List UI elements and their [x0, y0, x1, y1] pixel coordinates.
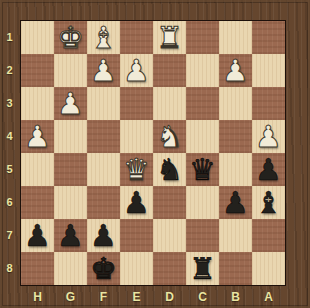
square-f5[interactable]: [87, 153, 120, 186]
rank-label-3: 3: [0, 87, 19, 120]
square-c3[interactable]: [186, 87, 219, 120]
piece-black-pawn[interactable]: ♟: [222, 186, 249, 219]
square-e1[interactable]: [120, 21, 153, 54]
square-c7[interactable]: [186, 219, 219, 252]
square-e8[interactable]: [120, 252, 153, 285]
square-h1[interactable]: [21, 21, 54, 54]
piece-white-rook[interactable]: ♜: [156, 21, 183, 54]
square-c4[interactable]: [186, 120, 219, 153]
square-e2[interactable]: ♟: [120, 54, 153, 87]
square-c6[interactable]: [186, 186, 219, 219]
square-g6[interactable]: [54, 186, 87, 219]
square-b7[interactable]: [219, 219, 252, 252]
square-h2[interactable]: [21, 54, 54, 87]
square-c2[interactable]: [186, 54, 219, 87]
piece-black-queen[interactable]: ♛: [189, 153, 216, 186]
file-label-c: C: [186, 287, 219, 307]
square-a4[interactable]: ♟: [252, 120, 285, 153]
square-a8[interactable]: [252, 252, 285, 285]
piece-white-pawn[interactable]: ♟: [123, 54, 150, 87]
square-a1[interactable]: [252, 21, 285, 54]
square-d2[interactable]: [153, 54, 186, 87]
square-d3[interactable]: [153, 87, 186, 120]
square-h5[interactable]: [21, 153, 54, 186]
square-a7[interactable]: [252, 219, 285, 252]
square-e4[interactable]: [120, 120, 153, 153]
rank-label-4: 4: [0, 120, 19, 153]
square-a2[interactable]: [252, 54, 285, 87]
file-label-g: G: [54, 287, 87, 307]
piece-black-bishop[interactable]: ♝: [255, 186, 282, 219]
square-h4[interactable]: ♟: [21, 120, 54, 153]
piece-white-pawn[interactable]: ♟: [24, 120, 51, 153]
square-a3[interactable]: [252, 87, 285, 120]
square-g1[interactable]: ♚: [54, 21, 87, 54]
square-e6[interactable]: ♟: [120, 186, 153, 219]
piece-white-pawn[interactable]: ♟: [90, 54, 117, 87]
piece-black-knight[interactable]: ♞: [156, 153, 183, 186]
piece-white-bishop[interactable]: ♝: [90, 21, 117, 54]
square-d1[interactable]: ♜: [153, 21, 186, 54]
square-c5[interactable]: ♛: [186, 153, 219, 186]
rank-label-2: 2: [0, 54, 19, 87]
square-g8[interactable]: [54, 252, 87, 285]
piece-white-knight[interactable]: ♞: [156, 120, 183, 153]
rank-label-7: 7: [0, 219, 19, 252]
square-b2[interactable]: ♟: [219, 54, 252, 87]
square-d6[interactable]: [153, 186, 186, 219]
piece-black-pawn[interactable]: ♟: [57, 219, 84, 252]
square-f8[interactable]: ♚: [87, 252, 120, 285]
square-f2[interactable]: ♟: [87, 54, 120, 87]
square-a5[interactable]: ♟: [252, 153, 285, 186]
square-f6[interactable]: [87, 186, 120, 219]
piece-white-pawn[interactable]: ♟: [222, 54, 249, 87]
square-f1[interactable]: ♝: [87, 21, 120, 54]
piece-black-king[interactable]: ♚: [90, 252, 117, 285]
piece-white-queen[interactable]: ♛: [123, 153, 150, 186]
square-h3[interactable]: [21, 87, 54, 120]
file-label-d: D: [153, 287, 186, 307]
square-a6[interactable]: ♝: [252, 186, 285, 219]
piece-black-pawn[interactable]: ♟: [90, 219, 117, 252]
square-g2[interactable]: [54, 54, 87, 87]
square-f3[interactable]: [87, 87, 120, 120]
file-label-b: B: [219, 287, 252, 307]
square-g3[interactable]: ♟: [54, 87, 87, 120]
piece-white-king[interactable]: ♚: [57, 21, 84, 54]
square-d7[interactable]: [153, 219, 186, 252]
square-c8[interactable]: ♜: [186, 252, 219, 285]
square-b5[interactable]: [219, 153, 252, 186]
square-b4[interactable]: [219, 120, 252, 153]
piece-white-pawn[interactable]: ♟: [255, 120, 282, 153]
square-b8[interactable]: [219, 252, 252, 285]
square-e5[interactable]: ♛: [120, 153, 153, 186]
square-b6[interactable]: ♟: [219, 186, 252, 219]
piece-black-pawn[interactable]: ♟: [123, 186, 150, 219]
rank-label-1: 1: [0, 21, 19, 54]
file-label-h: H: [21, 287, 54, 307]
square-g5[interactable]: [54, 153, 87, 186]
piece-black-pawn[interactable]: ♟: [255, 153, 282, 186]
square-f4[interactable]: [87, 120, 120, 153]
file-label-f: F: [87, 287, 120, 307]
square-d5[interactable]: ♞: [153, 153, 186, 186]
piece-black-pawn[interactable]: ♟: [24, 219, 51, 252]
rank-label-8: 8: [0, 252, 19, 285]
square-e3[interactable]: [120, 87, 153, 120]
chess-board: ♚♝♜♟♟♟♟♟♞♟♛♞♛♟♟♟♝♟♟♟♚♜: [20, 20, 286, 286]
file-label-a: A: [252, 287, 285, 307]
square-f7[interactable]: ♟: [87, 219, 120, 252]
chess-board-widget: ♚♝♜♟♟♟♟♟♞♟♛♞♛♟♟♟♝♟♟♟♚♜ 12345678 HGFEDCBA: [0, 0, 310, 308]
square-h8[interactable]: [21, 252, 54, 285]
rank-label-6: 6: [0, 186, 19, 219]
square-g4[interactable]: [54, 120, 87, 153]
square-h6[interactable]: [21, 186, 54, 219]
square-g7[interactable]: ♟: [54, 219, 87, 252]
square-h7[interactable]: ♟: [21, 219, 54, 252]
file-label-e: E: [120, 287, 153, 307]
piece-black-rook[interactable]: ♜: [189, 252, 216, 285]
square-d4[interactable]: ♞: [153, 120, 186, 153]
square-e7[interactable]: [120, 219, 153, 252]
square-b3[interactable]: [219, 87, 252, 120]
piece-white-pawn[interactable]: ♟: [57, 87, 84, 120]
square-c1[interactable]: [186, 21, 219, 54]
square-b1[interactable]: [219, 21, 252, 54]
rank-label-5: 5: [0, 153, 19, 186]
square-d8[interactable]: [153, 252, 186, 285]
